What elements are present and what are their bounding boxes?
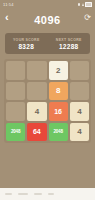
next-score-value: 12288	[59, 43, 79, 50]
tile-2: 2	[49, 61, 68, 80]
signal-icon	[78, 3, 81, 6]
ad-placeholder-mark	[48, 193, 54, 195]
wifi-icon	[82, 3, 84, 6]
empty-cell	[6, 82, 25, 101]
your-score-value: 8328	[18, 43, 34, 50]
tile-8: 8	[49, 82, 68, 101]
your-score-box: YOUR SCORE 8328	[5, 38, 48, 50]
tile-4: 4	[70, 102, 89, 121]
tile-16: 16	[49, 102, 68, 121]
tile-2048: 2048	[6, 123, 25, 142]
your-score-label: YOUR SCORE	[13, 38, 40, 42]
empty-cell	[70, 61, 89, 80]
app-screen: 11:54 ‹ 4096 ⟳ YOUR SCORE 8328 NEXT SCOR…	[0, 0, 95, 200]
tile-4: 4	[27, 102, 46, 121]
ad-banner[interactable]	[0, 188, 95, 200]
status-bar: 11:54	[0, 0, 95, 8]
next-score-label: NEXT SCORE	[56, 38, 82, 42]
empty-cell	[70, 82, 89, 101]
status-time: 11:54	[3, 2, 14, 7]
tile-4: 4	[70, 123, 89, 142]
header: ‹ 4096 ⟳	[0, 8, 95, 31]
ad-placeholder-mark	[5, 193, 12, 195]
empty-cell	[6, 102, 25, 121]
empty-cell	[6, 61, 25, 80]
ad-placeholder-mark	[34, 193, 42, 195]
page-title: 4096	[0, 14, 95, 26]
battery-icon	[85, 2, 92, 7]
empty-cell	[27, 82, 46, 101]
tile-64: 64	[27, 123, 46, 142]
restart-icon[interactable]: ⟳	[84, 14, 91, 22]
empty-cell	[27, 61, 46, 80]
ad-placeholder-mark	[18, 193, 28, 195]
tile-2048: 2048	[49, 123, 68, 142]
score-panel: YOUR SCORE 8328 NEXT SCORE 12288	[5, 33, 90, 54]
back-button[interactable]: ‹	[5, 12, 9, 23]
next-score-box: NEXT SCORE 12288	[48, 38, 91, 50]
board[interactable]: 28416420486420484	[4, 59, 91, 143]
